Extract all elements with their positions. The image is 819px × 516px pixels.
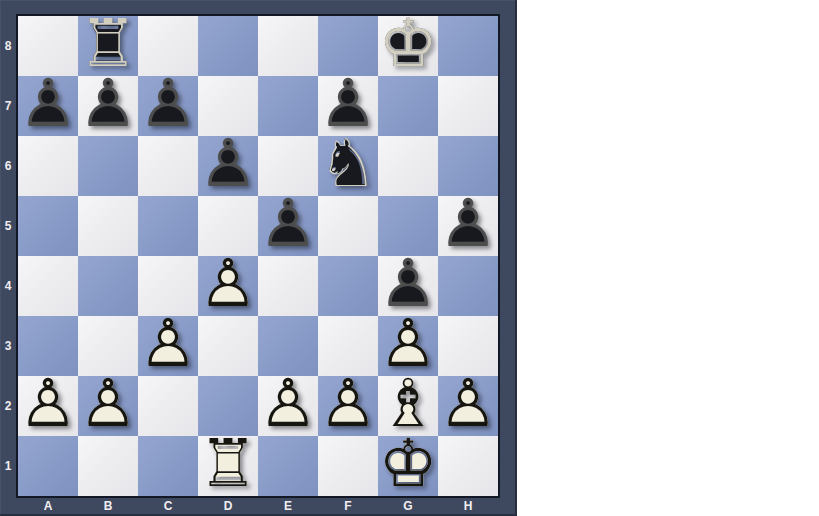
piece-black-rook[interactable]: ♜♖ [78,16,138,76]
square-h5[interactable]: ♟♙ [438,196,498,256]
white-bishop-fill-glyph: ♝ [378,374,438,434]
square-d7[interactable] [198,76,258,136]
white-pawn-outline-glyph: ♙ [78,374,138,434]
white-pawn-fill-glyph: ♟ [78,374,138,434]
piece-black-pawn[interactable]: ♟♙ [138,76,198,136]
white-pawn-outline-glyph: ♙ [198,254,258,314]
black-pawn-outline-glyph: ♙ [78,74,138,134]
black-pawn-fill-glyph: ♟ [138,74,198,134]
white-pawn-fill-glyph: ♟ [198,254,258,314]
black-pawn-fill-glyph: ♟ [78,74,138,134]
white-pawn-outline-glyph: ♙ [318,374,378,434]
square-h1[interactable] [438,436,498,496]
square-g3[interactable]: ♟♙ [378,316,438,376]
square-f4[interactable] [318,256,378,316]
black-pawn-fill-glyph: ♟ [318,74,378,134]
square-b7[interactable]: ♟♙ [78,76,138,136]
square-g8[interactable]: ♚♔ [378,16,438,76]
square-c7[interactable]: ♟♙ [138,76,198,136]
white-pawn-fill-glyph: ♟ [18,374,78,434]
square-f6[interactable]: ♞♘ [318,136,378,196]
piece-white-pawn[interactable]: ♟♙ [138,316,198,376]
square-f3[interactable] [318,316,378,376]
square-a5[interactable] [18,196,78,256]
rank-labels: 87654321 [0,16,16,496]
square-e5[interactable]: ♟♙ [258,196,318,256]
black-pawn-fill-glyph: ♟ [198,134,258,194]
piece-white-pawn[interactable]: ♟♙ [258,376,318,436]
piece-black-knight[interactable]: ♞♘ [318,136,378,196]
square-b3[interactable] [78,316,138,376]
piece-black-king[interactable]: ♚♔ [378,16,438,76]
square-f2[interactable]: ♟♙ [318,376,378,436]
square-c2[interactable] [138,376,198,436]
white-pawn-outline-glyph: ♙ [438,374,498,434]
file-label-g: G [378,497,438,516]
piece-black-pawn[interactable]: ♟♙ [18,76,78,136]
black-pawn-outline-glyph: ♙ [318,74,378,134]
piece-black-pawn[interactable]: ♟♙ [198,136,258,196]
rank-label-8: 8 [0,16,16,76]
black-pawn-outline-glyph: ♙ [138,74,198,134]
square-e6[interactable] [258,136,318,196]
square-f5[interactable] [318,196,378,256]
rank-label-3: 3 [0,316,16,376]
black-rook-outline-glyph: ♖ [78,14,138,74]
piece-black-pawn[interactable]: ♟♙ [318,76,378,136]
black-pawn-fill-glyph: ♟ [258,194,318,254]
square-e8[interactable] [258,16,318,76]
square-h3[interactable] [438,316,498,376]
black-knight-fill-glyph: ♞ [318,134,378,194]
black-king-outline-glyph: ♔ [378,14,438,74]
square-h2[interactable]: ♟♙ [438,376,498,436]
square-a4[interactable] [18,256,78,316]
file-label-h: H [438,497,498,516]
square-e4[interactable] [258,256,318,316]
white-pawn-outline-glyph: ♙ [18,374,78,434]
square-a8[interactable] [18,16,78,76]
piece-black-pawn[interactable]: ♟♙ [258,196,318,256]
piece-white-pawn[interactable]: ♟♙ [318,376,378,436]
white-pawn-fill-glyph: ♟ [378,314,438,374]
square-d8[interactable] [198,16,258,76]
rank-label-4: 4 [0,256,16,316]
square-g7[interactable] [378,76,438,136]
square-g2[interactable]: ♝♗ [378,376,438,436]
square-h7[interactable] [438,76,498,136]
file-label-e: E [258,497,318,516]
square-h8[interactable] [438,16,498,76]
black-pawn-outline-glyph: ♙ [18,74,78,134]
square-g5[interactable] [378,196,438,256]
file-labels: ABCDEFGH [18,497,498,516]
chessboard-panel: 87654321 ♜♖♚♔♟♙♟♙♟♙♟♙♟♙♞♘♟♙♟♙♟♙♟♙♟♙♟♙♟♙♟… [0,0,517,516]
square-a7[interactable]: ♟♙ [18,76,78,136]
black-pawn-fill-glyph: ♟ [18,74,78,134]
piece-black-pawn[interactable]: ♟♙ [438,196,498,256]
black-rook-fill-glyph: ♜ [78,14,138,74]
black-pawn-outline-glyph: ♙ [258,194,318,254]
piece-white-bishop[interactable]: ♝♗ [378,376,438,436]
square-f1[interactable] [318,436,378,496]
file-label-d: D [198,497,258,516]
white-king-outline-glyph: ♔ [378,434,438,494]
square-g1[interactable]: ♚♔ [378,436,438,496]
square-b2[interactable]: ♟♙ [78,376,138,436]
white-rook-outline-glyph: ♖ [198,434,258,494]
white-pawn-outline-glyph: ♙ [378,314,438,374]
square-b8[interactable]: ♜♖ [78,16,138,76]
rank-label-2: 2 [0,376,16,436]
piece-white-pawn[interactable]: ♟♙ [438,376,498,436]
piece-white-pawn[interactable]: ♟♙ [18,376,78,436]
square-a6[interactable] [18,136,78,196]
white-pawn-fill-glyph: ♟ [318,374,378,434]
square-c3[interactable]: ♟♙ [138,316,198,376]
piece-white-pawn[interactable]: ♟♙ [378,316,438,376]
square-d3[interactable] [198,316,258,376]
white-bishop-outline-glyph: ♗ [378,374,438,434]
piece-white-pawn[interactable]: ♟♙ [198,256,258,316]
square-b5[interactable] [78,196,138,256]
white-king-fill-glyph: ♚ [378,434,438,494]
white-pawn-fill-glyph: ♟ [258,374,318,434]
square-a1[interactable] [18,436,78,496]
square-g4[interactable]: ♟♙ [378,256,438,316]
square-d2[interactable] [198,376,258,436]
black-pawn-outline-glyph: ♙ [438,194,498,254]
square-b1[interactable] [78,436,138,496]
square-b6[interactable] [78,136,138,196]
black-pawn-outline-glyph: ♙ [378,254,438,314]
square-f7[interactable]: ♟♙ [318,76,378,136]
white-pawn-outline-glyph: ♙ [138,314,198,374]
black-pawn-outline-glyph: ♙ [198,134,258,194]
piece-black-pawn[interactable]: ♟♙ [378,256,438,316]
square-d6[interactable]: ♟♙ [198,136,258,196]
white-pawn-fill-glyph: ♟ [438,374,498,434]
square-a3[interactable] [18,316,78,376]
white-pawn-outline-glyph: ♙ [258,374,318,434]
black-pawn-fill-glyph: ♟ [438,194,498,254]
square-h4[interactable] [438,256,498,316]
square-c1[interactable] [138,436,198,496]
rank-label-6: 6 [0,136,16,196]
file-label-c: C [138,497,198,516]
black-knight-outline-glyph: ♘ [318,134,378,194]
white-rook-fill-glyph: ♜ [198,434,258,494]
rank-label-5: 5 [0,196,16,256]
file-label-a: A [18,497,78,516]
white-pawn-fill-glyph: ♟ [138,314,198,374]
rank-label-1: 1 [0,436,16,496]
file-label-f: F [318,497,378,516]
square-c6[interactable] [138,136,198,196]
square-h6[interactable] [438,136,498,196]
square-f8[interactable] [318,16,378,76]
rank-label-7: 7 [0,76,16,136]
piece-white-pawn[interactable]: ♟♙ [78,376,138,436]
black-king-fill-glyph: ♚ [378,14,438,74]
chess-board: ♜♖♚♔♟♙♟♙♟♙♟♙♟♙♞♘♟♙♟♙♟♙♟♙♟♙♟♙♟♙♟♙♟♙♟♙♝♗♟♙… [16,14,500,498]
square-e3[interactable] [258,316,318,376]
square-c5[interactable] [138,196,198,256]
square-b4[interactable] [78,256,138,316]
square-a2[interactable]: ♟♙ [18,376,78,436]
square-d1[interactable]: ♜♖ [198,436,258,496]
square-d4[interactable]: ♟♙ [198,256,258,316]
square-g6[interactable] [378,136,438,196]
square-e7[interactable] [258,76,318,136]
piece-white-rook[interactable]: ♜♖ [198,436,258,496]
square-c8[interactable] [138,16,198,76]
piece-white-king[interactable]: ♚♔ [378,436,438,496]
square-e2[interactable]: ♟♙ [258,376,318,436]
piece-black-pawn[interactable]: ♟♙ [78,76,138,136]
square-e1[interactable] [258,436,318,496]
black-pawn-fill-glyph: ♟ [378,254,438,314]
file-label-b: B [78,497,138,516]
square-c4[interactable] [138,256,198,316]
square-d5[interactable] [198,196,258,256]
